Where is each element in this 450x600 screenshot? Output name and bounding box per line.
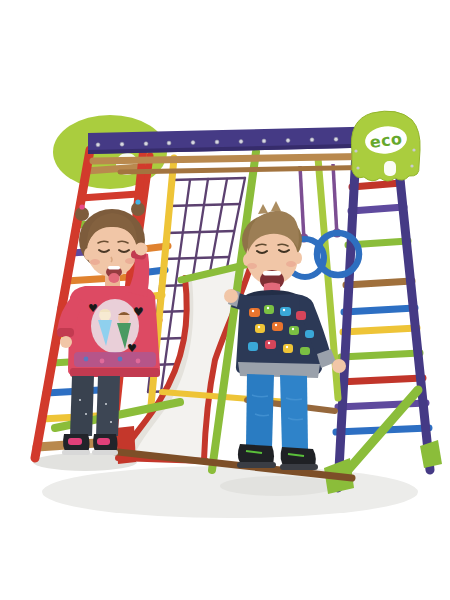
playground-scene: eco ♥	[0, 0, 450, 600]
boy-jeans	[246, 374, 274, 448]
girl-hand-grip	[135, 243, 148, 256]
girl-tongue	[109, 273, 120, 283]
eco-label: eco	[369, 129, 404, 152]
girl-jeans	[70, 376, 94, 436]
boy-hand-left-grip	[224, 289, 238, 303]
svg-text:♥: ♥	[88, 302, 98, 315]
svg-text:♥: ♥	[133, 305, 144, 319]
boy-hand-right-grip	[332, 359, 346, 373]
product-photo: eco ♥	[0, 0, 450, 600]
eco-badge: eco	[351, 111, 420, 181]
